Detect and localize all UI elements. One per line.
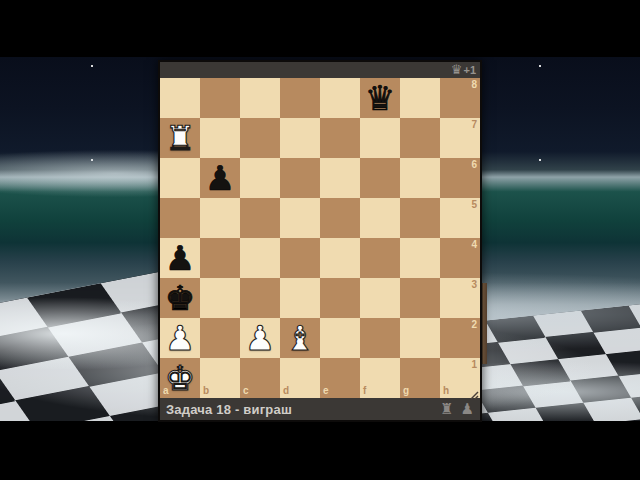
status-bar: Задача 18 - виграш ♜ ♟ <box>160 398 480 420</box>
square-c7[interactable] <box>240 118 280 158</box>
resize-handle-icon[interactable] <box>468 386 479 397</box>
rook-icon[interactable]: ♜ <box>440 399 453 419</box>
square-f3[interactable] <box>360 278 400 318</box>
square-h2[interactable]: 2 <box>440 318 480 358</box>
square-d1[interactable]: d <box>280 358 320 398</box>
square-h4[interactable]: 4 <box>440 238 480 278</box>
square-h3[interactable]: 3 <box>440 278 480 318</box>
square-a2[interactable]: ♟ <box>160 318 200 358</box>
rank-label-2: 2 <box>471 320 477 330</box>
square-g6[interactable] <box>400 158 440 198</box>
rank-label-7: 7 <box>471 120 477 130</box>
square-c8[interactable] <box>240 78 280 118</box>
white-king[interactable]: ♚ <box>160 358 200 398</box>
widget-header: ♛ +1 <box>160 62 480 78</box>
square-d5[interactable] <box>280 198 320 238</box>
pawn-icon[interactable]: ♟ <box>461 399 474 419</box>
stage: ♛ +1 ♛8♜7♟65♟4♚3♟♟♝2a♚bcdefg1h Задача 18… <box>0 0 640 480</box>
square-e3[interactable] <box>320 278 360 318</box>
square-e2[interactable] <box>320 318 360 358</box>
file-label-b: b <box>203 386 209 396</box>
square-c1[interactable]: c <box>240 358 280 398</box>
square-b8[interactable] <box>200 78 240 118</box>
black-pawn[interactable]: ♟ <box>200 158 240 198</box>
chess-board: ♛8♜7♟65♟4♚3♟♟♝2a♚bcdefg1h <box>160 78 480 398</box>
material-value: +1 <box>463 64 476 76</box>
square-b4[interactable] <box>200 238 240 278</box>
square-a3[interactable]: ♚ <box>160 278 200 318</box>
square-d7[interactable] <box>280 118 320 158</box>
square-f5[interactable] <box>360 198 400 238</box>
rank-label-5: 5 <box>471 200 477 210</box>
rank-label-3: 3 <box>471 280 477 290</box>
square-a6[interactable] <box>160 158 200 198</box>
square-b6[interactable]: ♟ <box>200 158 240 198</box>
square-g7[interactable] <box>400 118 440 158</box>
white-bishop[interactable]: ♝ <box>280 318 320 358</box>
puzzle-title: Задача 18 - виграш <box>166 402 292 417</box>
square-e6[interactable] <box>320 158 360 198</box>
black-pawn[interactable]: ♟ <box>160 238 200 278</box>
square-h6[interactable]: 6 <box>440 158 480 198</box>
black-king[interactable]: ♚ <box>160 278 200 318</box>
square-g8[interactable] <box>400 78 440 118</box>
square-b5[interactable] <box>200 198 240 238</box>
square-a4[interactable]: ♟ <box>160 238 200 278</box>
square-a7[interactable]: ♜ <box>160 118 200 158</box>
square-g1[interactable]: g <box>400 358 440 398</box>
square-d4[interactable] <box>280 238 320 278</box>
square-b1[interactable]: b <box>200 358 240 398</box>
square-c3[interactable] <box>240 278 280 318</box>
square-b7[interactable] <box>200 118 240 158</box>
square-f2[interactable] <box>360 318 400 358</box>
square-f6[interactable] <box>360 158 400 198</box>
material-indicator: ♛ +1 <box>451 62 476 78</box>
white-pawn[interactable]: ♟ <box>240 318 280 358</box>
square-f4[interactable] <box>360 238 400 278</box>
square-a1[interactable]: a♚ <box>160 358 200 398</box>
square-c4[interactable] <box>240 238 280 278</box>
square-d3[interactable] <box>280 278 320 318</box>
square-c2[interactable]: ♟ <box>240 318 280 358</box>
file-label-d: d <box>283 386 289 396</box>
square-f7[interactable] <box>360 118 400 158</box>
black-queen[interactable]: ♛ <box>360 78 400 118</box>
square-e7[interactable] <box>320 118 360 158</box>
square-b2[interactable] <box>200 318 240 358</box>
square-g4[interactable] <box>400 238 440 278</box>
square-a5[interactable] <box>160 198 200 238</box>
square-d2[interactable]: ♝ <box>280 318 320 358</box>
white-rook[interactable]: ♜ <box>160 118 200 158</box>
status-icons: ♜ ♟ <box>440 399 474 419</box>
square-g2[interactable] <box>400 318 440 358</box>
square-h5[interactable]: 5 <box>440 198 480 238</box>
square-d6[interactable] <box>280 158 320 198</box>
rank-label-4: 4 <box>471 240 477 250</box>
square-h1[interactable]: 1h <box>440 358 480 398</box>
queen-icon: ♛ <box>451 63 463 77</box>
square-f8[interactable]: ♛ <box>360 78 400 118</box>
square-d8[interactable] <box>280 78 320 118</box>
square-e1[interactable]: e <box>320 358 360 398</box>
square-g3[interactable] <box>400 278 440 318</box>
file-label-e: e <box>323 386 329 396</box>
square-f1[interactable]: f <box>360 358 400 398</box>
rank-label-8: 8 <box>471 80 477 90</box>
square-e8[interactable] <box>320 78 360 118</box>
square-h7[interactable]: 7 <box>440 118 480 158</box>
white-pawn[interactable]: ♟ <box>160 318 200 358</box>
square-b3[interactable] <box>200 278 240 318</box>
square-c6[interactable] <box>240 158 280 198</box>
file-label-g: g <box>403 386 409 396</box>
file-label-f: f <box>363 386 366 396</box>
file-label-h: h <box>443 386 449 396</box>
square-h8[interactable]: 8 <box>440 78 480 118</box>
rank-label-6: 6 <box>471 160 477 170</box>
file-label-c: c <box>243 386 249 396</box>
square-e4[interactable] <box>320 238 360 278</box>
rank-label-1: 1 <box>471 360 477 370</box>
chess-widget: ♛ +1 ♛8♜7♟65♟4♚3♟♟♝2a♚bcdefg1h Задача 18… <box>158 60 482 422</box>
square-e5[interactable] <box>320 198 360 238</box>
square-a8[interactable] <box>160 78 200 118</box>
square-c5[interactable] <box>240 198 280 238</box>
square-g5[interactable] <box>400 198 440 238</box>
